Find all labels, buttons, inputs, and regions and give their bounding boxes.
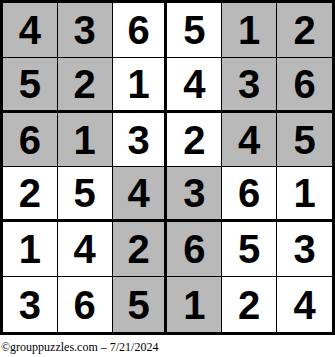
cell-r2c6[interactable]: 6 [277, 58, 332, 113]
sudoku-board: 436512521436613245254361142653365124 [0, 0, 335, 335]
cell-r6c4[interactable]: 1 [167, 277, 222, 332]
cell-r6c6[interactable]: 4 [277, 277, 332, 332]
cell-r6c3[interactable]: 5 [113, 277, 168, 332]
cell-r6c2[interactable]: 6 [58, 277, 113, 332]
cell-r1c3[interactable]: 6 [113, 3, 168, 58]
cell-r2c1[interactable]: 5 [3, 58, 58, 113]
cell-r5c3[interactable]: 2 [113, 222, 168, 277]
cell-r5c1[interactable]: 1 [3, 222, 58, 277]
cell-r3c5[interactable]: 4 [222, 113, 277, 168]
cell-r5c2[interactable]: 4 [58, 222, 113, 277]
cell-r2c3[interactable]: 1 [113, 58, 168, 113]
copyright-credit: ©grouppuzzles.com – 7/21/2024 [1, 340, 158, 355]
cell-r6c5[interactable]: 2 [222, 277, 277, 332]
cell-r4c3[interactable]: 4 [113, 167, 168, 222]
cell-r1c4[interactable]: 5 [167, 3, 222, 58]
cell-r3c3[interactable]: 3 [113, 113, 168, 168]
cell-r5c5[interactable]: 5 [222, 222, 277, 277]
puzzle-page: 436512521436613245254361142653365124 ©gr… [0, 0, 335, 357]
cell-r3c4[interactable]: 2 [167, 113, 222, 168]
cell-r3c6[interactable]: 5 [277, 113, 332, 168]
cell-r6c1[interactable]: 3 [3, 277, 58, 332]
cell-r1c2[interactable]: 3 [58, 3, 113, 58]
cell-r4c6[interactable]: 1 [277, 167, 332, 222]
cell-r1c1[interactable]: 4 [3, 3, 58, 58]
cell-r4c5[interactable]: 6 [222, 167, 277, 222]
cell-r1c5[interactable]: 1 [222, 3, 277, 58]
cell-r1c6[interactable]: 2 [277, 3, 332, 58]
cell-r5c6[interactable]: 3 [277, 222, 332, 277]
cell-r2c5[interactable]: 3 [222, 58, 277, 113]
cell-r4c2[interactable]: 5 [58, 167, 113, 222]
cell-r3c2[interactable]: 1 [58, 113, 113, 168]
cell-r4c1[interactable]: 2 [3, 167, 58, 222]
cell-r4c4[interactable]: 3 [167, 167, 222, 222]
cell-r2c4[interactable]: 4 [167, 58, 222, 113]
cell-r3c1[interactable]: 6 [3, 113, 58, 168]
cell-r5c4[interactable]: 6 [167, 222, 222, 277]
cell-r2c2[interactable]: 2 [58, 58, 113, 113]
